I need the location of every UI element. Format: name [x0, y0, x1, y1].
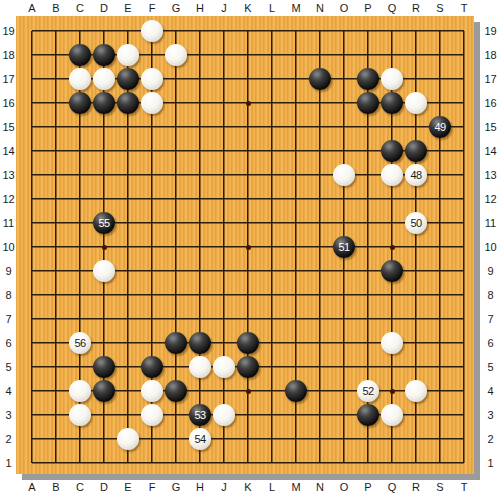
- intersection-R15[interactable]: [404, 115, 428, 139]
- intersection-N17[interactable]: [308, 67, 332, 91]
- intersection-F18[interactable]: [140, 43, 164, 67]
- intersection-A3[interactable]: [20, 403, 44, 427]
- intersection-H15[interactable]: [188, 115, 212, 139]
- intersection-C3[interactable]: [68, 403, 92, 427]
- intersection-S1[interactable]: [428, 451, 452, 475]
- intersection-C8[interactable]: [68, 283, 92, 307]
- intersection-L2[interactable]: [260, 427, 284, 451]
- intersection-O3[interactable]: [332, 403, 356, 427]
- intersection-O19[interactable]: [332, 19, 356, 43]
- intersection-J11[interactable]: [212, 211, 236, 235]
- intersection-S5[interactable]: [428, 355, 452, 379]
- intersection-Q2[interactable]: [380, 427, 404, 451]
- intersection-T5[interactable]: [452, 355, 476, 379]
- intersection-F6[interactable]: [140, 331, 164, 355]
- intersection-E16[interactable]: [116, 91, 140, 115]
- intersection-B15[interactable]: [44, 115, 68, 139]
- intersection-R12[interactable]: [404, 187, 428, 211]
- intersection-A7[interactable]: [20, 307, 44, 331]
- intersection-G8[interactable]: [164, 283, 188, 307]
- intersection-E18[interactable]: [116, 43, 140, 67]
- intersection-F17[interactable]: [140, 67, 164, 91]
- intersection-L12[interactable]: [260, 187, 284, 211]
- intersection-L14[interactable]: [260, 139, 284, 163]
- intersection-S15[interactable]: 49: [428, 115, 452, 139]
- intersection-B16[interactable]: [44, 91, 68, 115]
- intersection-B10[interactable]: [44, 235, 68, 259]
- intersection-J12[interactable]: [212, 187, 236, 211]
- intersection-B6[interactable]: [44, 331, 68, 355]
- intersection-L18[interactable]: [260, 43, 284, 67]
- intersection-M5[interactable]: [284, 355, 308, 379]
- intersection-C7[interactable]: [68, 307, 92, 331]
- intersection-M17[interactable]: [284, 67, 308, 91]
- intersection-J7[interactable]: [212, 307, 236, 331]
- intersection-J9[interactable]: [212, 259, 236, 283]
- intersection-K18[interactable]: [236, 43, 260, 67]
- intersection-F12[interactable]: [140, 187, 164, 211]
- intersection-E11[interactable]: [116, 211, 140, 235]
- intersection-T12[interactable]: [452, 187, 476, 211]
- intersection-B14[interactable]: [44, 139, 68, 163]
- intersection-J5[interactable]: [212, 355, 236, 379]
- intersection-J6[interactable]: [212, 331, 236, 355]
- intersection-G13[interactable]: [164, 163, 188, 187]
- intersection-O10[interactable]: 51: [332, 235, 356, 259]
- intersection-R10[interactable]: [404, 235, 428, 259]
- intersection-H3[interactable]: 53: [188, 403, 212, 427]
- intersection-M3[interactable]: [284, 403, 308, 427]
- intersection-P16[interactable]: [356, 91, 380, 115]
- intersection-H16[interactable]: [188, 91, 212, 115]
- intersection-F7[interactable]: [140, 307, 164, 331]
- intersection-R6[interactable]: [404, 331, 428, 355]
- intersection-A16[interactable]: [20, 91, 44, 115]
- intersection-N13[interactable]: [308, 163, 332, 187]
- intersection-B9[interactable]: [44, 259, 68, 283]
- intersection-M16[interactable]: [284, 91, 308, 115]
- intersection-T4[interactable]: [452, 379, 476, 403]
- intersection-T6[interactable]: [452, 331, 476, 355]
- intersection-P8[interactable]: [356, 283, 380, 307]
- intersection-T8[interactable]: [452, 283, 476, 307]
- intersection-O4[interactable]: [332, 379, 356, 403]
- intersection-P19[interactable]: [356, 19, 380, 43]
- intersection-L6[interactable]: [260, 331, 284, 355]
- intersection-E12[interactable]: [116, 187, 140, 211]
- intersection-C17[interactable]: [68, 67, 92, 91]
- intersection-M7[interactable]: [284, 307, 308, 331]
- intersection-B17[interactable]: [44, 67, 68, 91]
- intersection-Q3[interactable]: [380, 403, 404, 427]
- intersection-Q18[interactable]: [380, 43, 404, 67]
- intersection-C15[interactable]: [68, 115, 92, 139]
- intersection-R1[interactable]: [404, 451, 428, 475]
- intersection-Q13[interactable]: [380, 163, 404, 187]
- intersection-O9[interactable]: [332, 259, 356, 283]
- intersection-P13[interactable]: [356, 163, 380, 187]
- intersection-A5[interactable]: [20, 355, 44, 379]
- intersection-J10[interactable]: [212, 235, 236, 259]
- intersection-R16[interactable]: [404, 91, 428, 115]
- intersection-F5[interactable]: [140, 355, 164, 379]
- intersection-K3[interactable]: [236, 403, 260, 427]
- intersection-B11[interactable]: [44, 211, 68, 235]
- intersection-B1[interactable]: [44, 451, 68, 475]
- intersection-R4[interactable]: [404, 379, 428, 403]
- intersection-H17[interactable]: [188, 67, 212, 91]
- intersection-H9[interactable]: [188, 259, 212, 283]
- intersection-H1[interactable]: [188, 451, 212, 475]
- intersection-E14[interactable]: [116, 139, 140, 163]
- intersection-S17[interactable]: [428, 67, 452, 91]
- intersection-M12[interactable]: [284, 187, 308, 211]
- intersection-T18[interactable]: [452, 43, 476, 67]
- intersection-T1[interactable]: [452, 451, 476, 475]
- intersection-M10[interactable]: [284, 235, 308, 259]
- intersection-B19[interactable]: [44, 19, 68, 43]
- intersection-K13[interactable]: [236, 163, 260, 187]
- intersection-S6[interactable]: [428, 331, 452, 355]
- intersection-C18[interactable]: [68, 43, 92, 67]
- intersection-J16[interactable]: [212, 91, 236, 115]
- intersection-O8[interactable]: [332, 283, 356, 307]
- intersection-Q11[interactable]: [380, 211, 404, 235]
- intersection-Q15[interactable]: [380, 115, 404, 139]
- intersection-O14[interactable]: [332, 139, 356, 163]
- intersection-G2[interactable]: [164, 427, 188, 451]
- intersection-Q19[interactable]: [380, 19, 404, 43]
- intersection-B7[interactable]: [44, 307, 68, 331]
- intersection-B4[interactable]: [44, 379, 68, 403]
- intersection-T10[interactable]: [452, 235, 476, 259]
- intersection-T19[interactable]: [452, 19, 476, 43]
- intersection-N9[interactable]: [308, 259, 332, 283]
- intersection-C13[interactable]: [68, 163, 92, 187]
- intersection-F11[interactable]: [140, 211, 164, 235]
- intersection-K14[interactable]: [236, 139, 260, 163]
- intersection-G1[interactable]: [164, 451, 188, 475]
- intersection-J19[interactable]: [212, 19, 236, 43]
- intersection-G16[interactable]: [164, 91, 188, 115]
- intersection-B8[interactable]: [44, 283, 68, 307]
- intersection-C4[interactable]: [68, 379, 92, 403]
- intersection-T7[interactable]: [452, 307, 476, 331]
- intersection-L13[interactable]: [260, 163, 284, 187]
- intersection-A15[interactable]: [20, 115, 44, 139]
- intersection-L10[interactable]: [260, 235, 284, 259]
- intersection-J2[interactable]: [212, 427, 236, 451]
- intersection-L19[interactable]: [260, 19, 284, 43]
- intersection-F10[interactable]: [140, 235, 164, 259]
- intersection-K8[interactable]: [236, 283, 260, 307]
- intersection-R18[interactable]: [404, 43, 428, 67]
- intersection-M6[interactable]: [284, 331, 308, 355]
- intersection-H11[interactable]: [188, 211, 212, 235]
- intersection-L11[interactable]: [260, 211, 284, 235]
- intersection-R11[interactable]: 50: [404, 211, 428, 235]
- intersection-F8[interactable]: [140, 283, 164, 307]
- intersection-C10[interactable]: [68, 235, 92, 259]
- intersection-E5[interactable]: [116, 355, 140, 379]
- intersection-R14[interactable]: [404, 139, 428, 163]
- intersection-P17[interactable]: [356, 67, 380, 91]
- intersection-N12[interactable]: [308, 187, 332, 211]
- intersection-N19[interactable]: [308, 19, 332, 43]
- intersection-Q12[interactable]: [380, 187, 404, 211]
- intersection-R2[interactable]: [404, 427, 428, 451]
- intersection-K5[interactable]: [236, 355, 260, 379]
- intersection-M9[interactable]: [284, 259, 308, 283]
- intersection-R5[interactable]: [404, 355, 428, 379]
- intersection-D19[interactable]: [92, 19, 116, 43]
- intersection-A11[interactable]: [20, 211, 44, 235]
- intersection-J15[interactable]: [212, 115, 236, 139]
- intersection-E7[interactable]: [116, 307, 140, 331]
- intersection-J3[interactable]: [212, 403, 236, 427]
- intersection-K15[interactable]: [236, 115, 260, 139]
- intersection-H2[interactable]: 54: [188, 427, 212, 451]
- intersection-N4[interactable]: [308, 379, 332, 403]
- intersection-T15[interactable]: [452, 115, 476, 139]
- intersection-H18[interactable]: [188, 43, 212, 67]
- intersection-D10[interactable]: [92, 235, 116, 259]
- intersection-O17[interactable]: [332, 67, 356, 91]
- intersection-M14[interactable]: [284, 139, 308, 163]
- intersection-A9[interactable]: [20, 259, 44, 283]
- intersection-T16[interactable]: [452, 91, 476, 115]
- intersection-K11[interactable]: [236, 211, 260, 235]
- intersection-G19[interactable]: [164, 19, 188, 43]
- intersection-G12[interactable]: [164, 187, 188, 211]
- intersection-G5[interactable]: [164, 355, 188, 379]
- intersection-B18[interactable]: [44, 43, 68, 67]
- intersection-P7[interactable]: [356, 307, 380, 331]
- intersection-D2[interactable]: [92, 427, 116, 451]
- intersection-F1[interactable]: [140, 451, 164, 475]
- intersection-K6[interactable]: [236, 331, 260, 355]
- intersection-L4[interactable]: [260, 379, 284, 403]
- intersection-M11[interactable]: [284, 211, 308, 235]
- intersection-C9[interactable]: [68, 259, 92, 283]
- intersection-K12[interactable]: [236, 187, 260, 211]
- intersection-Q16[interactable]: [380, 91, 404, 115]
- intersection-P10[interactable]: [356, 235, 380, 259]
- intersection-R17[interactable]: [404, 67, 428, 91]
- intersection-K9[interactable]: [236, 259, 260, 283]
- intersection-Q9[interactable]: [380, 259, 404, 283]
- intersection-C16[interactable]: [68, 91, 92, 115]
- intersection-G4[interactable]: [164, 379, 188, 403]
- intersection-Q4[interactable]: [380, 379, 404, 403]
- intersection-O11[interactable]: [332, 211, 356, 235]
- intersection-J14[interactable]: [212, 139, 236, 163]
- intersection-F14[interactable]: [140, 139, 164, 163]
- intersection-M13[interactable]: [284, 163, 308, 187]
- intersection-F16[interactable]: [140, 91, 164, 115]
- intersection-Q1[interactable]: [380, 451, 404, 475]
- intersection-S2[interactable]: [428, 427, 452, 451]
- intersection-P6[interactable]: [356, 331, 380, 355]
- intersection-S16[interactable]: [428, 91, 452, 115]
- intersection-Q5[interactable]: [380, 355, 404, 379]
- intersection-G6[interactable]: [164, 331, 188, 355]
- intersection-P2[interactable]: [356, 427, 380, 451]
- intersection-Q7[interactable]: [380, 307, 404, 331]
- intersection-S11[interactable]: [428, 211, 452, 235]
- intersection-S13[interactable]: [428, 163, 452, 187]
- intersection-G11[interactable]: [164, 211, 188, 235]
- intersection-K16[interactable]: [236, 91, 260, 115]
- intersection-Q6[interactable]: [380, 331, 404, 355]
- intersection-K10[interactable]: [236, 235, 260, 259]
- intersection-H4[interactable]: [188, 379, 212, 403]
- intersection-E3[interactable]: [116, 403, 140, 427]
- intersection-H6[interactable]: [188, 331, 212, 355]
- intersection-B5[interactable]: [44, 355, 68, 379]
- intersection-C6[interactable]: 56: [68, 331, 92, 355]
- intersection-G18[interactable]: [164, 43, 188, 67]
- intersection-E19[interactable]: [116, 19, 140, 43]
- intersection-N10[interactable]: [308, 235, 332, 259]
- intersection-R7[interactable]: [404, 307, 428, 331]
- intersection-O5[interactable]: [332, 355, 356, 379]
- intersection-M8[interactable]: [284, 283, 308, 307]
- intersection-N11[interactable]: [308, 211, 332, 235]
- intersection-R3[interactable]: [404, 403, 428, 427]
- intersection-A8[interactable]: [20, 283, 44, 307]
- intersection-G14[interactable]: [164, 139, 188, 163]
- intersection-H19[interactable]: [188, 19, 212, 43]
- intersection-D16[interactable]: [92, 91, 116, 115]
- intersection-K19[interactable]: [236, 19, 260, 43]
- intersection-E2[interactable]: [116, 427, 140, 451]
- intersection-G3[interactable]: [164, 403, 188, 427]
- intersection-B2[interactable]: [44, 427, 68, 451]
- intersection-C2[interactable]: [68, 427, 92, 451]
- intersection-P11[interactable]: [356, 211, 380, 235]
- intersection-K2[interactable]: [236, 427, 260, 451]
- intersection-H13[interactable]: [188, 163, 212, 187]
- intersection-P12[interactable]: [356, 187, 380, 211]
- intersection-T11[interactable]: [452, 211, 476, 235]
- intersection-H10[interactable]: [188, 235, 212, 259]
- intersection-T3[interactable]: [452, 403, 476, 427]
- intersection-H12[interactable]: [188, 187, 212, 211]
- intersection-P5[interactable]: [356, 355, 380, 379]
- intersection-L7[interactable]: [260, 307, 284, 331]
- intersection-E15[interactable]: [116, 115, 140, 139]
- intersection-G17[interactable]: [164, 67, 188, 91]
- intersection-R13[interactable]: 48: [404, 163, 428, 187]
- intersection-N15[interactable]: [308, 115, 332, 139]
- intersection-D11[interactable]: 55: [92, 211, 116, 235]
- intersection-K1[interactable]: [236, 451, 260, 475]
- intersection-E4[interactable]: [116, 379, 140, 403]
- intersection-P14[interactable]: [356, 139, 380, 163]
- intersection-D3[interactable]: [92, 403, 116, 427]
- intersection-H14[interactable]: [188, 139, 212, 163]
- intersection-F15[interactable]: [140, 115, 164, 139]
- intersection-S9[interactable]: [428, 259, 452, 283]
- intersection-E1[interactable]: [116, 451, 140, 475]
- intersection-N1[interactable]: [308, 451, 332, 475]
- intersection-C14[interactable]: [68, 139, 92, 163]
- intersection-T2[interactable]: [452, 427, 476, 451]
- intersection-E8[interactable]: [116, 283, 140, 307]
- intersection-Q10[interactable]: [380, 235, 404, 259]
- intersection-K7[interactable]: [236, 307, 260, 331]
- intersection-N6[interactable]: [308, 331, 332, 355]
- intersection-D18[interactable]: [92, 43, 116, 67]
- intersection-O12[interactable]: [332, 187, 356, 211]
- intersection-T9[interactable]: [452, 259, 476, 283]
- intersection-Q17[interactable]: [380, 67, 404, 91]
- intersection-P15[interactable]: [356, 115, 380, 139]
- intersection-A4[interactable]: [20, 379, 44, 403]
- intersection-J18[interactable]: [212, 43, 236, 67]
- intersection-A13[interactable]: [20, 163, 44, 187]
- intersection-S3[interactable]: [428, 403, 452, 427]
- intersection-S18[interactable]: [428, 43, 452, 67]
- intersection-O2[interactable]: [332, 427, 356, 451]
- intersection-B12[interactable]: [44, 187, 68, 211]
- intersection-O1[interactable]: [332, 451, 356, 475]
- intersection-S10[interactable]: [428, 235, 452, 259]
- intersection-A17[interactable]: [20, 67, 44, 91]
- intersection-M19[interactable]: [284, 19, 308, 43]
- intersection-B3[interactable]: [44, 403, 68, 427]
- intersection-C12[interactable]: [68, 187, 92, 211]
- intersection-L16[interactable]: [260, 91, 284, 115]
- intersection-F13[interactable]: [140, 163, 164, 187]
- intersection-S7[interactable]: [428, 307, 452, 331]
- intersection-J17[interactable]: [212, 67, 236, 91]
- intersection-G9[interactable]: [164, 259, 188, 283]
- intersection-A6[interactable]: [20, 331, 44, 355]
- intersection-C11[interactable]: [68, 211, 92, 235]
- intersection-N5[interactable]: [308, 355, 332, 379]
- intersection-A14[interactable]: [20, 139, 44, 163]
- intersection-R8[interactable]: [404, 283, 428, 307]
- intersection-M2[interactable]: [284, 427, 308, 451]
- intersection-O16[interactable]: [332, 91, 356, 115]
- intersection-M1[interactable]: [284, 451, 308, 475]
- intersection-O6[interactable]: [332, 331, 356, 355]
- intersection-O18[interactable]: [332, 43, 356, 67]
- intersection-J13[interactable]: [212, 163, 236, 187]
- intersection-O15[interactable]: [332, 115, 356, 139]
- intersection-L9[interactable]: [260, 259, 284, 283]
- intersection-R19[interactable]: [404, 19, 428, 43]
- intersection-H8[interactable]: [188, 283, 212, 307]
- intersection-O7[interactable]: [332, 307, 356, 331]
- intersection-E6[interactable]: [116, 331, 140, 355]
- intersection-D13[interactable]: [92, 163, 116, 187]
- intersection-B13[interactable]: [44, 163, 68, 187]
- intersection-E17[interactable]: [116, 67, 140, 91]
- intersection-N2[interactable]: [308, 427, 332, 451]
- intersection-C5[interactable]: [68, 355, 92, 379]
- intersection-S12[interactable]: [428, 187, 452, 211]
- intersection-A2[interactable]: [20, 427, 44, 451]
- intersection-N14[interactable]: [308, 139, 332, 163]
- intersection-S4[interactable]: [428, 379, 452, 403]
- intersection-M4[interactable]: [284, 379, 308, 403]
- intersection-A12[interactable]: [20, 187, 44, 211]
- intersection-J1[interactable]: [212, 451, 236, 475]
- intersection-E10[interactable]: [116, 235, 140, 259]
